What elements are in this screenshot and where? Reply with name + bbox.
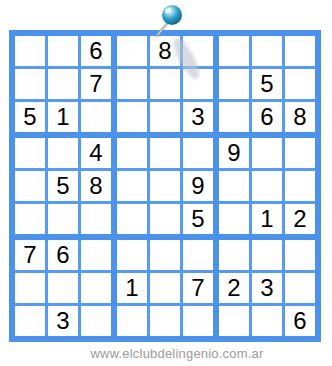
cell-r2c1[interactable] bbox=[15, 69, 45, 99]
cell-r9c4[interactable] bbox=[117, 306, 147, 336]
block-9: 236 bbox=[219, 240, 315, 336]
sudoku-page: 6751 83 568 458 95 912 763 17 236 bbox=[0, 0, 332, 366]
cell-r4c8[interactable] bbox=[252, 138, 282, 168]
cell-r8c9[interactable] bbox=[285, 273, 315, 303]
cell-r6c7[interactable] bbox=[219, 204, 249, 234]
cell-r7c4[interactable] bbox=[117, 240, 147, 270]
cell-r2c2[interactable] bbox=[48, 69, 78, 99]
cell-r9c1[interactable] bbox=[15, 306, 45, 336]
block-5: 95 bbox=[117, 138, 213, 234]
block-3: 568 bbox=[219, 36, 315, 132]
cell-r3c5[interactable] bbox=[150, 102, 180, 132]
watermark: www.elclubdelingenio.com.ar bbox=[11, 346, 332, 364]
cell-r1c7[interactable] bbox=[219, 36, 249, 66]
cell-r3c9[interactable]: 8 bbox=[285, 102, 315, 132]
cell-r7c6[interactable] bbox=[183, 240, 213, 270]
cell-r5c5[interactable] bbox=[150, 171, 180, 201]
cell-r7c1[interactable]: 7 bbox=[15, 240, 45, 270]
cell-r1c9[interactable] bbox=[285, 36, 315, 66]
cell-r4c6[interactable] bbox=[183, 138, 213, 168]
cell-r8c5[interactable] bbox=[150, 273, 180, 303]
cell-r9c6[interactable] bbox=[183, 306, 213, 336]
cell-r9c8[interactable] bbox=[252, 306, 282, 336]
cell-r8c8[interactable]: 3 bbox=[252, 273, 282, 303]
cell-r5c2[interactable]: 5 bbox=[48, 171, 78, 201]
cell-r1c2[interactable] bbox=[48, 36, 78, 66]
cell-r7c5[interactable] bbox=[150, 240, 180, 270]
cell-r7c9[interactable] bbox=[285, 240, 315, 270]
cell-r4c3[interactable]: 4 bbox=[81, 138, 111, 168]
cell-r9c3[interactable] bbox=[81, 306, 111, 336]
cell-r1c8[interactable] bbox=[252, 36, 282, 66]
cell-r6c9[interactable]: 2 bbox=[285, 204, 315, 234]
cell-r3c7[interactable] bbox=[219, 102, 249, 132]
cell-r4c2[interactable] bbox=[48, 138, 78, 168]
cell-r3c3[interactable] bbox=[81, 102, 111, 132]
cell-r8c3[interactable] bbox=[81, 273, 111, 303]
cell-r2c4[interactable] bbox=[117, 69, 147, 99]
cell-r8c1[interactable] bbox=[15, 273, 45, 303]
cell-r2c7[interactable] bbox=[219, 69, 249, 99]
cell-r7c2[interactable]: 6 bbox=[48, 240, 78, 270]
cell-r6c6[interactable]: 5 bbox=[183, 204, 213, 234]
cell-r6c8[interactable]: 1 bbox=[252, 204, 282, 234]
cell-r9c7[interactable] bbox=[219, 306, 249, 336]
cell-r3c8[interactable]: 6 bbox=[252, 102, 282, 132]
cell-r5c9[interactable] bbox=[285, 171, 315, 201]
cell-r8c6[interactable]: 7 bbox=[183, 273, 213, 303]
cell-r1c4[interactable] bbox=[117, 36, 147, 66]
cell-r5c3[interactable]: 8 bbox=[81, 171, 111, 201]
cell-r5c7[interactable] bbox=[219, 171, 249, 201]
cell-r9c5[interactable] bbox=[150, 306, 180, 336]
cell-r9c9[interactable]: 6 bbox=[285, 306, 315, 336]
cell-r1c1[interactable] bbox=[15, 36, 45, 66]
cell-r8c7[interactable]: 2 bbox=[219, 273, 249, 303]
cell-r2c3[interactable]: 7 bbox=[81, 69, 111, 99]
cell-r7c7[interactable] bbox=[219, 240, 249, 270]
block-2: 83 bbox=[117, 36, 213, 132]
cell-r2c5[interactable] bbox=[150, 69, 180, 99]
cell-r2c8[interactable]: 5 bbox=[252, 69, 282, 99]
cell-r1c6[interactable] bbox=[183, 36, 213, 66]
cell-r1c5[interactable]: 8 bbox=[150, 36, 180, 66]
cell-r8c4[interactable]: 1 bbox=[117, 273, 147, 303]
cell-r4c5[interactable] bbox=[150, 138, 180, 168]
cell-r4c4[interactable] bbox=[117, 138, 147, 168]
block-8: 17 bbox=[117, 240, 213, 336]
cell-r7c3[interactable] bbox=[81, 240, 111, 270]
sudoku-board: 6751 83 568 458 95 912 763 17 236 bbox=[9, 30, 321, 342]
cell-r3c6[interactable]: 3 bbox=[183, 102, 213, 132]
cell-r4c7[interactable]: 9 bbox=[219, 138, 249, 168]
cell-r6c5[interactable] bbox=[150, 204, 180, 234]
cell-r3c4[interactable] bbox=[117, 102, 147, 132]
block-4: 458 bbox=[15, 138, 111, 234]
cell-r6c2[interactable] bbox=[48, 204, 78, 234]
cell-r1c3[interactable]: 6 bbox=[81, 36, 111, 66]
cell-r4c9[interactable] bbox=[285, 138, 315, 168]
block-1: 6751 bbox=[15, 36, 111, 132]
cell-r8c2[interactable] bbox=[48, 273, 78, 303]
block-6: 912 bbox=[219, 138, 315, 234]
cell-r6c3[interactable] bbox=[81, 204, 111, 234]
cell-r5c1[interactable] bbox=[15, 171, 45, 201]
cell-r3c1[interactable]: 5 bbox=[15, 102, 45, 132]
cell-r5c4[interactable] bbox=[117, 171, 147, 201]
cell-r3c2[interactable]: 1 bbox=[48, 102, 78, 132]
cell-r2c6[interactable] bbox=[183, 69, 213, 99]
cell-r5c6[interactable]: 9 bbox=[183, 171, 213, 201]
cell-r7c8[interactable] bbox=[252, 240, 282, 270]
cell-r4c1[interactable] bbox=[15, 138, 45, 168]
cell-r2c9[interactable] bbox=[285, 69, 315, 99]
cell-r6c1[interactable] bbox=[15, 204, 45, 234]
cell-r5c8[interactable] bbox=[252, 171, 282, 201]
cell-r6c4[interactable] bbox=[117, 204, 147, 234]
block-7: 763 bbox=[15, 240, 111, 336]
cell-r9c2[interactable]: 3 bbox=[48, 306, 78, 336]
